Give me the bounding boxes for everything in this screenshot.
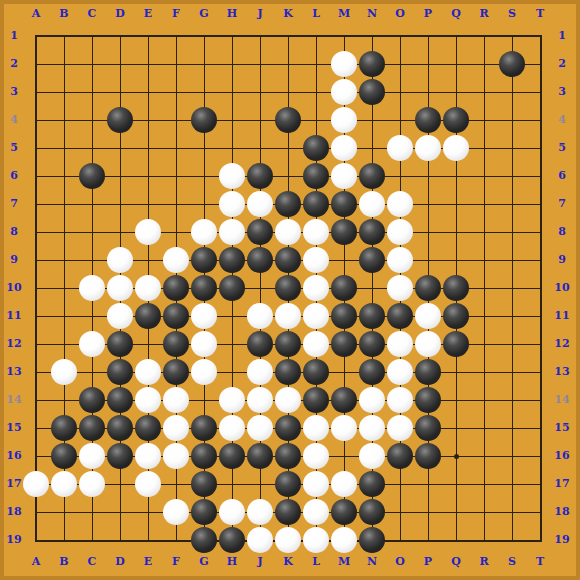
stone-black[interactable]: [359, 499, 385, 525]
stone-white[interactable]: [135, 275, 161, 301]
stone-black[interactable]: [331, 499, 357, 525]
stone-white[interactable]: [303, 247, 329, 273]
stone-black[interactable]: [135, 303, 161, 329]
stone-black[interactable]: [79, 163, 105, 189]
stone-white[interactable]: [303, 471, 329, 497]
stone-white[interactable]: [331, 527, 357, 553]
stone-black[interactable]: [191, 527, 217, 553]
stone-white[interactable]: [135, 443, 161, 469]
column-label-top: H: [221, 7, 243, 21]
row-label-right: 1: [551, 29, 573, 43]
stone-black[interactable]: [247, 247, 273, 273]
row-label-right: 11: [551, 309, 573, 323]
stone-black[interactable]: [219, 443, 245, 469]
column-label-bottom: O: [389, 555, 411, 569]
row-label-left: 8: [3, 225, 25, 239]
row-label-right: 10: [551, 281, 573, 295]
stone-white[interactable]: [191, 331, 217, 357]
row-label-left: 10: [3, 281, 25, 295]
stone-black[interactable]: [443, 107, 469, 133]
column-label-bottom: P: [417, 555, 439, 569]
row-label-left: 6: [3, 169, 25, 183]
stone-white[interactable]: [387, 247, 413, 273]
stone-black[interactable]: [275, 247, 301, 273]
column-label-top: C: [81, 7, 103, 21]
stone-white[interactable]: [415, 331, 441, 357]
row-label-right: 7: [551, 197, 573, 211]
stone-black[interactable]: [359, 79, 385, 105]
row-label-left: 5: [3, 141, 25, 155]
row-label-left: 19: [3, 533, 25, 547]
stone-white[interactable]: [387, 191, 413, 217]
stone-white[interactable]: [247, 191, 273, 217]
stone-black[interactable]: [191, 471, 217, 497]
stone-black[interactable]: [219, 275, 245, 301]
stone-white[interactable]: [163, 415, 189, 441]
stone-black[interactable]: [275, 443, 301, 469]
stone-black[interactable]: [275, 415, 301, 441]
row-label-left: 1: [3, 29, 25, 43]
stone-white[interactable]: [415, 303, 441, 329]
stone-white[interactable]: [79, 471, 105, 497]
row-label-right: 17: [551, 477, 573, 491]
stone-white[interactable]: [247, 499, 273, 525]
stone-black[interactable]: [359, 471, 385, 497]
stone-white[interactable]: [387, 135, 413, 161]
stone-white[interactable]: [387, 219, 413, 245]
stone-white[interactable]: [135, 359, 161, 385]
stone-white[interactable]: [303, 443, 329, 469]
stone-black[interactable]: [247, 331, 273, 357]
stone-black[interactable]: [415, 415, 441, 441]
stone-white[interactable]: [331, 79, 357, 105]
row-label-right: 3: [551, 85, 573, 99]
row-label-left: 16: [3, 449, 25, 463]
stone-white[interactable]: [247, 415, 273, 441]
stone-black[interactable]: [415, 387, 441, 413]
column-label-top: N: [361, 7, 383, 21]
column-label-bottom: S: [501, 555, 523, 569]
stone-black[interactable]: [107, 415, 133, 441]
stone-black[interactable]: [359, 51, 385, 77]
stone-white[interactable]: [331, 415, 357, 441]
stone-white[interactable]: [219, 191, 245, 217]
stone-white[interactable]: [51, 359, 77, 385]
stone-black[interactable]: [275, 107, 301, 133]
stone-black[interactable]: [415, 443, 441, 469]
stone-black[interactable]: [499, 51, 525, 77]
stone-white[interactable]: [191, 219, 217, 245]
row-label-right: 9: [551, 253, 573, 267]
stone-white[interactable]: [107, 303, 133, 329]
row-label-right: 4: [551, 113, 573, 127]
column-label-top: G: [193, 7, 215, 21]
row-label-left: 17: [3, 477, 25, 491]
stone-black[interactable]: [107, 331, 133, 357]
stone-black[interactable]: [359, 527, 385, 553]
stone-black[interactable]: [275, 471, 301, 497]
stone-black[interactable]: [415, 107, 441, 133]
row-label-right: 5: [551, 141, 573, 155]
column-label-bottom: Q: [445, 555, 467, 569]
row-label-right: 15: [551, 421, 573, 435]
stone-white[interactable]: [135, 471, 161, 497]
stone-white[interactable]: [331, 163, 357, 189]
stone-white[interactable]: [107, 247, 133, 273]
column-label-bottom: E: [137, 555, 159, 569]
stone-black[interactable]: [107, 359, 133, 385]
stone-black[interactable]: [275, 359, 301, 385]
row-label-right: 8: [551, 225, 573, 239]
stone-white[interactable]: [79, 331, 105, 357]
stone-white[interactable]: [79, 443, 105, 469]
stone-black[interactable]: [163, 303, 189, 329]
stone-black[interactable]: [219, 247, 245, 273]
column-label-top: J: [249, 7, 271, 21]
stone-black[interactable]: [331, 275, 357, 301]
column-label-top: E: [137, 7, 159, 21]
stone-black[interactable]: [331, 191, 357, 217]
stone-black[interactable]: [331, 303, 357, 329]
row-label-left: 13: [3, 365, 25, 379]
column-label-bottom: A: [25, 555, 47, 569]
column-label-bottom: L: [305, 555, 327, 569]
stone-white[interactable]: [275, 219, 301, 245]
row-label-right: 6: [551, 169, 573, 183]
stone-black[interactable]: [163, 331, 189, 357]
stone-black[interactable]: [191, 107, 217, 133]
stone-black[interactable]: [331, 331, 357, 357]
stone-black[interactable]: [303, 135, 329, 161]
stone-white[interactable]: [163, 443, 189, 469]
stone-white[interactable]: [163, 247, 189, 273]
column-label-top: F: [165, 7, 187, 21]
stone-black[interactable]: [135, 415, 161, 441]
stone-black[interactable]: [163, 275, 189, 301]
stone-black[interactable]: [359, 163, 385, 189]
stone-black[interactable]: [415, 275, 441, 301]
stone-black[interactable]: [275, 275, 301, 301]
stone-black[interactable]: [275, 499, 301, 525]
stone-white[interactable]: [247, 359, 273, 385]
stone-black[interactable]: [219, 527, 245, 553]
stone-black[interactable]: [359, 303, 385, 329]
column-label-top: P: [417, 7, 439, 21]
stone-white[interactable]: [303, 499, 329, 525]
stone-white[interactable]: [275, 387, 301, 413]
stone-black[interactable]: [443, 275, 469, 301]
stone-white[interactable]: [331, 51, 357, 77]
column-label-top: R: [473, 7, 495, 21]
column-label-bottom: H: [221, 555, 243, 569]
stone-white[interactable]: [275, 303, 301, 329]
stone-white[interactable]: [387, 331, 413, 357]
stone-white[interactable]: [51, 471, 77, 497]
stone-black[interactable]: [107, 443, 133, 469]
stone-white[interactable]: [23, 471, 49, 497]
stone-black[interactable]: [191, 275, 217, 301]
stone-white[interactable]: [303, 303, 329, 329]
stone-black[interactable]: [415, 359, 441, 385]
stone-white[interactable]: [359, 415, 385, 441]
column-label-top: S: [501, 7, 523, 21]
column-label-bottom: N: [361, 555, 383, 569]
column-label-top: B: [53, 7, 75, 21]
stone-white[interactable]: [191, 359, 217, 385]
stone-black[interactable]: [303, 191, 329, 217]
stone-black[interactable]: [247, 219, 273, 245]
column-label-top: M: [333, 7, 355, 21]
stone-white[interactable]: [359, 443, 385, 469]
column-label-top: D: [109, 7, 131, 21]
column-label-bottom: D: [109, 555, 131, 569]
stone-black[interactable]: [303, 387, 329, 413]
stone-white[interactable]: [303, 275, 329, 301]
row-label-right: 14: [551, 393, 573, 407]
stone-black[interactable]: [51, 415, 77, 441]
stone-white[interactable]: [219, 499, 245, 525]
stone-black[interactable]: [359, 331, 385, 357]
stone-white[interactable]: [387, 387, 413, 413]
stone-white[interactable]: [247, 303, 273, 329]
stone-black[interactable]: [443, 303, 469, 329]
column-label-top: T: [529, 7, 551, 21]
column-label-bottom: B: [53, 555, 75, 569]
star-point: [454, 454, 459, 459]
row-label-left: 2: [3, 57, 25, 71]
column-label-top: O: [389, 7, 411, 21]
stone-black[interactable]: [247, 163, 273, 189]
row-label-left: 4: [3, 113, 25, 127]
column-label-top: A: [25, 7, 47, 21]
row-label-left: 3: [3, 85, 25, 99]
column-label-top: K: [277, 7, 299, 21]
column-label-bottom: F: [165, 555, 187, 569]
stone-white[interactable]: [247, 527, 273, 553]
stone-white[interactable]: [387, 275, 413, 301]
column-label-bottom: K: [277, 555, 299, 569]
stone-white[interactable]: [387, 359, 413, 385]
stone-white[interactable]: [359, 387, 385, 413]
stone-black[interactable]: [331, 387, 357, 413]
row-label-left: 15: [3, 421, 25, 435]
stone-black[interactable]: [107, 387, 133, 413]
stone-white[interactable]: [359, 191, 385, 217]
stone-white[interactable]: [303, 219, 329, 245]
stone-black[interactable]: [51, 443, 77, 469]
stone-black[interactable]: [387, 303, 413, 329]
row-label-right: 13: [551, 365, 573, 379]
stone-white[interactable]: [387, 415, 413, 441]
stone-white[interactable]: [331, 135, 357, 161]
stone-white[interactable]: [107, 275, 133, 301]
stone-black[interactable]: [275, 331, 301, 357]
stone-black[interactable]: [359, 247, 385, 273]
column-label-bottom: T: [529, 555, 551, 569]
stone-white[interactable]: [443, 135, 469, 161]
stone-black[interactable]: [191, 247, 217, 273]
stone-white[interactable]: [163, 387, 189, 413]
row-label-left: 7: [3, 197, 25, 211]
stone-black[interactable]: [107, 107, 133, 133]
go-board: AABBCCDDEEFFGGHHJJKKLLMMNNOOPPQQRRSSTT11…: [0, 0, 580, 580]
column-label-bottom: M: [333, 555, 355, 569]
stone-black[interactable]: [247, 443, 273, 469]
column-label-bottom: C: [81, 555, 103, 569]
stone-white[interactable]: [331, 107, 357, 133]
stone-black[interactable]: [303, 359, 329, 385]
stone-black[interactable]: [387, 443, 413, 469]
stone-white[interactable]: [135, 387, 161, 413]
stone-black[interactable]: [191, 499, 217, 525]
stone-black[interactable]: [275, 191, 301, 217]
stone-black[interactable]: [443, 331, 469, 357]
stone-white[interactable]: [415, 135, 441, 161]
stone-white[interactable]: [303, 331, 329, 357]
stone-white[interactable]: [191, 303, 217, 329]
column-label-top: Q: [445, 7, 467, 21]
row-label-left: 9: [3, 253, 25, 267]
stone-white[interactable]: [219, 219, 245, 245]
stone-black[interactable]: [359, 359, 385, 385]
stone-black[interactable]: [303, 163, 329, 189]
row-label-left: 14: [3, 393, 25, 407]
row-label-left: 12: [3, 337, 25, 351]
stone-white[interactable]: [275, 527, 301, 553]
stone-black[interactable]: [191, 415, 217, 441]
stone-white[interactable]: [79, 275, 105, 301]
stone-white[interactable]: [303, 527, 329, 553]
column-label-top: L: [305, 7, 327, 21]
row-label-right: 2: [551, 57, 573, 71]
column-label-bottom: R: [473, 555, 495, 569]
column-label-bottom: G: [193, 555, 215, 569]
column-label-bottom: J: [249, 555, 271, 569]
stone-white[interactable]: [247, 387, 273, 413]
stone-white[interactable]: [219, 415, 245, 441]
stone-white[interactable]: [135, 219, 161, 245]
row-label-right: 16: [551, 449, 573, 463]
stone-white[interactable]: [219, 163, 245, 189]
stone-black[interactable]: [79, 415, 105, 441]
stone-white[interactable]: [303, 415, 329, 441]
stone-black[interactable]: [331, 219, 357, 245]
row-label-left: 18: [3, 505, 25, 519]
row-label-left: 11: [3, 309, 25, 323]
row-label-right: 18: [551, 505, 573, 519]
row-label-right: 19: [551, 533, 573, 547]
stone-white[interactable]: [331, 471, 357, 497]
stone-white[interactable]: [219, 387, 245, 413]
row-label-right: 12: [551, 337, 573, 351]
stone-white[interactable]: [163, 499, 189, 525]
stone-black[interactable]: [359, 219, 385, 245]
stone-black[interactable]: [79, 387, 105, 413]
stone-black[interactable]: [163, 359, 189, 385]
stone-black[interactable]: [191, 443, 217, 469]
